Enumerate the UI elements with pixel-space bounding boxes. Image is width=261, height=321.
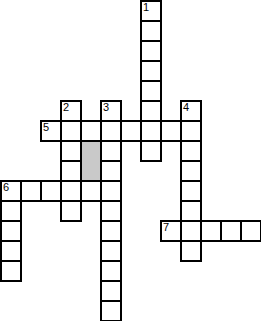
answer-cell[interactable] [180, 140, 202, 162]
answer-cell[interactable] [100, 120, 122, 142]
clue-number: 5 [43, 122, 49, 133]
answer-cell[interactable] [0, 240, 22, 262]
answer-cell[interactable] [100, 260, 122, 282]
answer-cell[interactable] [0, 220, 22, 242]
answer-cell[interactable] [60, 200, 82, 222]
answer-cell[interactable] [100, 160, 122, 182]
answer-cell[interactable] [180, 240, 202, 262]
answer-cell[interactable] [160, 120, 182, 142]
answer-cell[interactable] [140, 40, 162, 62]
answer-cell[interactable] [0, 200, 22, 222]
answer-cell[interactable] [120, 120, 142, 142]
answer-cell[interactable] [240, 220, 261, 242]
answer-cell[interactable] [80, 180, 102, 202]
answer-cell[interactable]: 3 [100, 100, 122, 122]
answer-cell[interactable] [180, 120, 202, 142]
answer-cell[interactable] [0, 260, 22, 282]
answer-cell[interactable] [140, 140, 162, 162]
clue-number: 3 [103, 102, 109, 113]
answer-cell[interactable]: 5 [40, 120, 62, 142]
answer-cell[interactable] [180, 180, 202, 202]
clue-number: 1 [143, 2, 149, 13]
crossword-board: 1234567 [0, 0, 260, 320]
answer-cell[interactable] [140, 60, 162, 82]
clue-number: 4 [183, 102, 189, 113]
answer-cell[interactable] [60, 120, 82, 142]
answer-cell[interactable] [140, 120, 162, 142]
answer-cell[interactable] [100, 280, 122, 302]
clue-number: 2 [63, 102, 69, 113]
answer-cell[interactable] [80, 120, 102, 142]
answer-cell[interactable] [180, 160, 202, 182]
answer-cell[interactable]: 1 [140, 0, 162, 22]
clue-number: 7 [163, 222, 169, 233]
answer-cell[interactable] [100, 140, 122, 162]
answer-cell[interactable] [180, 220, 202, 242]
answer-cell[interactable] [140, 20, 162, 42]
answer-cell[interactable] [40, 180, 62, 202]
answer-cell[interactable]: 6 [0, 180, 22, 202]
answer-cell[interactable] [140, 100, 162, 122]
answer-cell[interactable] [20, 180, 42, 202]
answer-cell[interactable] [100, 220, 122, 242]
answer-cell[interactable] [180, 200, 202, 222]
answer-cell[interactable] [100, 300, 122, 321]
answer-cell[interactable] [100, 240, 122, 262]
answer-cell[interactable] [100, 180, 122, 202]
answer-cell[interactable] [200, 220, 222, 242]
answer-cell[interactable] [60, 140, 82, 162]
answer-cell[interactable] [140, 80, 162, 102]
answer-cell[interactable]: 7 [160, 220, 182, 242]
answer-cell[interactable] [60, 160, 82, 182]
clue-number: 6 [3, 182, 9, 193]
answer-cell[interactable]: 4 [180, 100, 202, 122]
answer-cell[interactable] [220, 220, 242, 242]
answer-cell[interactable]: 2 [60, 100, 82, 122]
crossword-worksheet: 1234567 [0, 0, 261, 321]
answer-cell[interactable] [100, 200, 122, 222]
answer-cell[interactable] [60, 180, 82, 202]
gray-block-cell [80, 140, 102, 182]
